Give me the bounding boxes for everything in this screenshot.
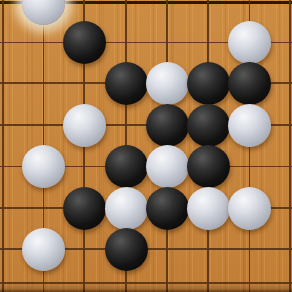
black-stone [146, 104, 189, 147]
grid-vertical-line [289, 0, 290, 292]
go-board[interactable] [0, 0, 292, 292]
white-stone [63, 104, 106, 147]
black-stone [187, 104, 230, 147]
white-stone [187, 187, 230, 230]
white-stone [228, 21, 271, 64]
white-stone [146, 145, 189, 188]
black-stone [105, 228, 148, 271]
white-stone [22, 145, 65, 188]
white-stone [228, 187, 271, 230]
black-stone [187, 62, 230, 105]
white-stone [22, 228, 65, 271]
board-bottom-edge-shade [0, 283, 292, 292]
black-stone [105, 145, 148, 188]
white-stone [228, 104, 271, 147]
black-stone [105, 62, 148, 105]
black-stone [63, 21, 106, 64]
grid-vertical-line [2, 0, 3, 292]
white-stone [146, 62, 189, 105]
black-stone [187, 145, 230, 188]
black-stone [63, 187, 106, 230]
white-stone [105, 187, 148, 230]
white-stone [22, 0, 65, 25]
black-stone [146, 187, 189, 230]
black-stone [228, 62, 271, 105]
